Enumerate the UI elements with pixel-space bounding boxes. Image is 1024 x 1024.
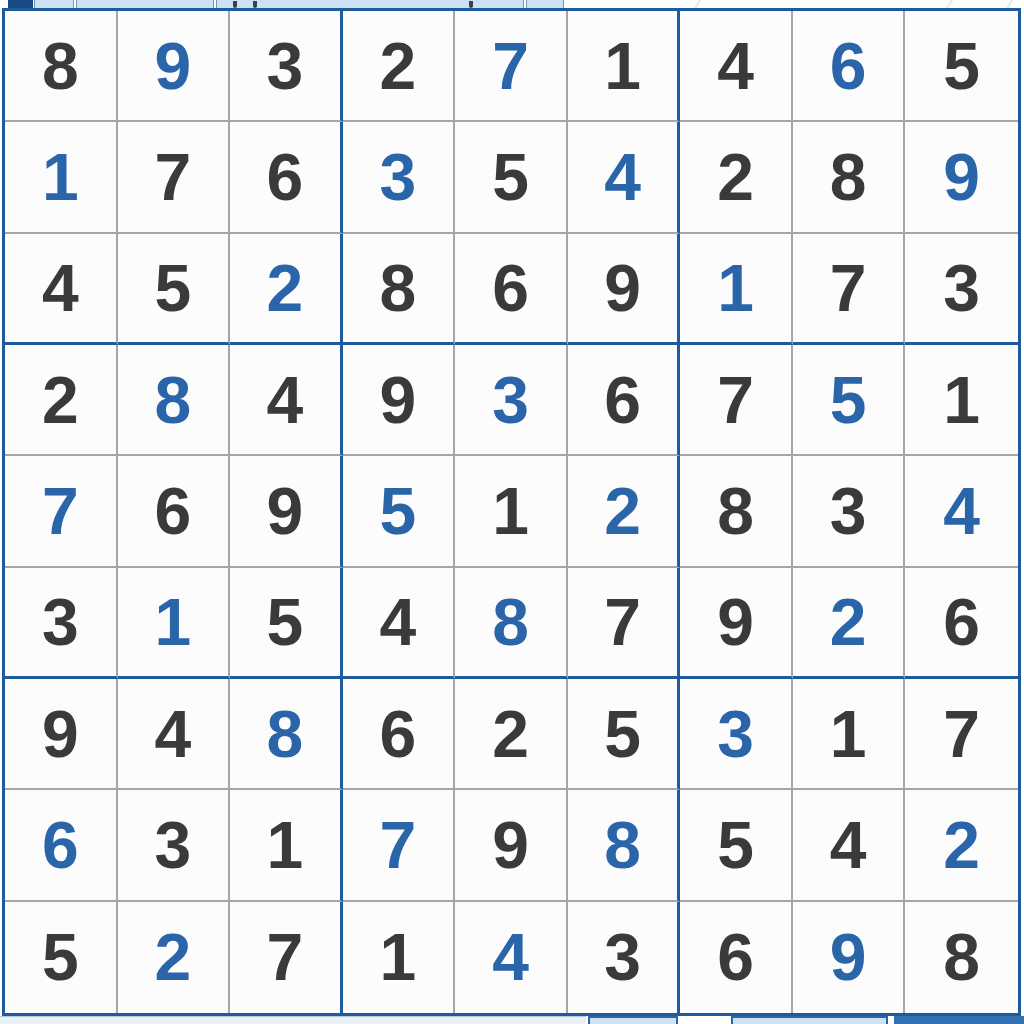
sudoku-cell-r1c2[interactable]: 9 <box>118 11 231 122</box>
sudoku-cell-r5c2[interactable]: 6 <box>118 456 231 567</box>
cropped-button[interactable] <box>731 1016 888 1024</box>
sudoku-cell-r2c2[interactable]: 7 <box>118 122 231 233</box>
sudoku-cell-r8c7[interactable]: 5 <box>680 790 793 901</box>
sudoku-cell-r8c5[interactable]: 9 <box>455 790 568 901</box>
sudoku-cell-r5c1[interactable]: 7 <box>5 456 118 567</box>
sudoku-cell-r9c8[interactable]: 9 <box>793 902 906 1013</box>
sudoku-cell-r2c3[interactable]: 6 <box>230 122 343 233</box>
sudoku-cell-r6c8[interactable]: 2 <box>793 568 906 679</box>
cropped-label-text <box>469 1 473 8</box>
sudoku-cell-r2c5[interactable]: 5 <box>455 122 568 233</box>
sudoku-cell-r6c6[interactable]: 7 <box>568 568 681 679</box>
sudoku-cell-r6c7[interactable]: 9 <box>680 568 793 679</box>
sudoku-cell-r7c1[interactable]: 9 <box>5 679 118 790</box>
sudoku-cell-r5c8[interactable]: 3 <box>793 456 906 567</box>
sudoku-cell-r6c2[interactable]: 1 <box>118 568 231 679</box>
sudoku-cell-r8c2[interactable]: 3 <box>118 790 231 901</box>
cropped-label-text <box>253 1 257 8</box>
sudoku-cell-r2c7[interactable]: 2 <box>680 122 793 233</box>
sudoku-cell-r7c3[interactable]: 8 <box>230 679 343 790</box>
sudoku-cell-r3c4[interactable]: 8 <box>343 234 456 345</box>
cropped-button[interactable] <box>588 1016 678 1024</box>
sudoku-cell-r9c2[interactable]: 2 <box>118 902 231 1013</box>
sudoku-cell-r4c9[interactable]: 1 <box>905 345 1018 456</box>
sudoku-cell-r7c5[interactable]: 2 <box>455 679 568 790</box>
sudoku-cell-r5c3[interactable]: 9 <box>230 456 343 567</box>
sudoku-cell-r4c3[interactable]: 4 <box>230 345 343 456</box>
sudoku-cell-r9c7[interactable]: 6 <box>680 902 793 1013</box>
sudoku-cell-r8c6[interactable]: 8 <box>568 790 681 901</box>
sudoku-cell-r9c5[interactable]: 4 <box>455 902 568 1013</box>
sudoku-cell-r8c8[interactable]: 4 <box>793 790 906 901</box>
sudoku-cell-r9c3[interactable]: 7 <box>230 902 343 1013</box>
sudoku-cell-r8c1[interactable]: 6 <box>5 790 118 901</box>
cropped-button-active[interactable] <box>894 1016 1024 1024</box>
sudoku-cell-r8c4[interactable]: 7 <box>343 790 456 901</box>
sudoku-cell-r3c9[interactable]: 3 <box>905 234 1018 345</box>
sudoku-cell-r8c3[interactable]: 1 <box>230 790 343 901</box>
sudoku-cell-r6c3[interactable]: 5 <box>230 568 343 679</box>
sudoku-cell-r2c1[interactable]: 1 <box>5 122 118 233</box>
sudoku-cell-r4c2[interactable]: 8 <box>118 345 231 456</box>
sudoku-cell-r5c4[interactable]: 5 <box>343 456 456 567</box>
sudoku-cell-r3c7[interactable]: 1 <box>680 234 793 345</box>
sudoku-cell-r6c5[interactable]: 8 <box>455 568 568 679</box>
sudoku-cell-r4c5[interactable]: 3 <box>455 345 568 456</box>
sudoku-cell-r2c9[interactable]: 9 <box>905 122 1018 233</box>
cropped-label-text <box>233 1 237 8</box>
sudoku-cell-r1c7[interactable]: 4 <box>680 11 793 122</box>
sudoku-cell-r9c1[interactable]: 5 <box>5 902 118 1013</box>
sudoku-cell-r9c6[interactable]: 3 <box>568 902 681 1013</box>
sudoku-board: 8932714651763542894528691732849367517695… <box>2 8 1021 1016</box>
sudoku-cell-r3c6[interactable]: 9 <box>568 234 681 345</box>
sudoku-cell-r6c9[interactable]: 6 <box>905 568 1018 679</box>
sudoku-cell-r1c9[interactable]: 5 <box>905 11 1018 122</box>
sudoku-cell-r5c9[interactable]: 4 <box>905 456 1018 567</box>
sudoku-cell-r3c3[interactable]: 2 <box>230 234 343 345</box>
sudoku-cell-r9c9[interactable]: 8 <box>905 902 1018 1013</box>
sudoku-cell-r3c2[interactable]: 5 <box>118 234 231 345</box>
sudoku-cell-r1c6[interactable]: 1 <box>568 11 681 122</box>
sudoku-cell-r4c7[interactable]: 7 <box>680 345 793 456</box>
sudoku-cell-r4c8[interactable]: 5 <box>793 345 906 456</box>
sudoku-cell-r1c8[interactable]: 6 <box>793 11 906 122</box>
sudoku-cell-r2c6[interactable]: 4 <box>568 122 681 233</box>
sudoku-cell-r3c5[interactable]: 6 <box>455 234 568 345</box>
sudoku-cell-r7c9[interactable]: 7 <box>905 679 1018 790</box>
sudoku-cell-r5c7[interactable]: 8 <box>680 456 793 567</box>
sudoku-cell-r1c5[interactable]: 7 <box>455 11 568 122</box>
sudoku-cell-r4c1[interactable]: 2 <box>5 345 118 456</box>
sudoku-cell-r7c8[interactable]: 1 <box>793 679 906 790</box>
sudoku-cell-r7c6[interactable]: 5 <box>568 679 681 790</box>
sudoku-cell-r7c2[interactable]: 4 <box>118 679 231 790</box>
sudoku-cell-r4c4[interactable]: 9 <box>343 345 456 456</box>
sudoku-cell-r5c5[interactable]: 1 <box>455 456 568 567</box>
sudoku-app: 8932714651763542894528691732849367517695… <box>0 0 1024 1024</box>
sudoku-cell-r7c4[interactable]: 6 <box>343 679 456 790</box>
sudoku-cell-r6c1[interactable]: 3 <box>5 568 118 679</box>
sudoku-cell-r8c9[interactable]: 2 <box>905 790 1018 901</box>
sudoku-cell-r2c8[interactable]: 8 <box>793 122 906 233</box>
sudoku-cell-r2c4[interactable]: 3 <box>343 122 456 233</box>
sudoku-cell-r9c4[interactable]: 1 <box>343 902 456 1013</box>
sudoku-cell-r1c3[interactable]: 3 <box>230 11 343 122</box>
sudoku-cell-r7c7[interactable]: 3 <box>680 679 793 790</box>
sudoku-cell-r1c4[interactable]: 2 <box>343 11 456 122</box>
sudoku-cell-r1c1[interactable]: 8 <box>5 11 118 122</box>
sudoku-cell-r3c8[interactable]: 7 <box>793 234 906 345</box>
sudoku-cell-r3c1[interactable]: 4 <box>5 234 118 345</box>
sudoku-cell-r5c6[interactable]: 2 <box>568 456 681 567</box>
cropped-statusbar <box>0 1016 586 1024</box>
sudoku-cell-r6c4[interactable]: 4 <box>343 568 456 679</box>
sudoku-cell-r4c6[interactable]: 6 <box>568 345 681 456</box>
